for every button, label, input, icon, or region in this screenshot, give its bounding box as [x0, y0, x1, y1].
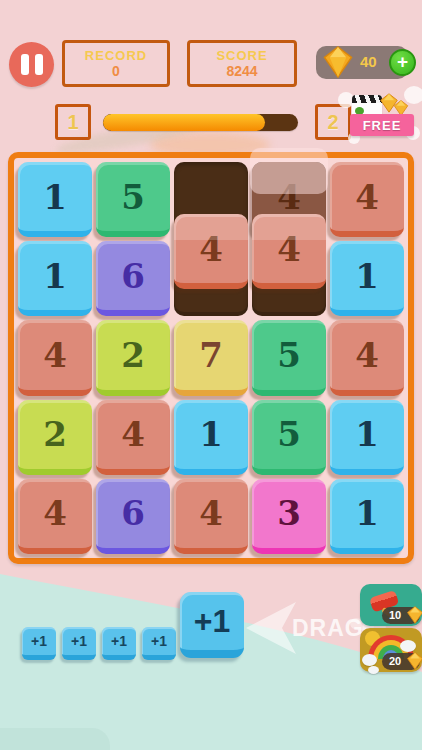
next-tile[interactable]: +1 [180, 592, 244, 658]
drag-arrow-icon [246, 602, 296, 654]
free-label: FREE [363, 118, 402, 133]
tile-queue: +1+1+1+1 [22, 627, 176, 660]
queue-tile-4: +1 [142, 627, 176, 660]
pause-button[interactable] [9, 42, 54, 87]
current-level-box: 1 [55, 104, 91, 140]
cloud-icon [362, 654, 377, 666]
tile-5-r3c4[interactable]: 5 [252, 320, 326, 395]
tile-4-r3c1[interactable]: 4 [18, 320, 92, 395]
cell-r4c5: 1 [330, 400, 404, 475]
tile-5-r4c4[interactable]: 5 [252, 400, 326, 475]
pause-icon [35, 54, 43, 75]
tile-1-r4c5[interactable]: 1 [330, 400, 404, 475]
tile-6-r5c2[interactable]: 6 [96, 479, 170, 554]
tile-5-r1c2[interactable]: 5 [96, 162, 170, 237]
tile-1-r4c3[interactable]: 1 [174, 400, 248, 475]
tile-1-r2c1[interactable]: 1 [18, 241, 92, 316]
cell-r5c4: 3 [252, 479, 326, 554]
tile-4-r5c3[interactable]: 4 [174, 479, 248, 554]
gem-icon [320, 44, 356, 80]
pause-icon [21, 54, 29, 75]
game-screen: RECORD 0 SCORE 8244 40 + 1 2 [0, 0, 422, 750]
tile-4-r4c2[interactable]: 4 [96, 400, 170, 475]
level-progress-bar [103, 114, 298, 131]
rainbow-cost: 20 [382, 653, 420, 670]
queue-tile-1: +1 [22, 627, 56, 660]
cell-r5c5: 1 [330, 479, 404, 554]
cell-r5c3: 4 [174, 479, 248, 554]
cell-r3c1: 4 [18, 320, 92, 395]
tile-2-r4c1[interactable]: 2 [18, 400, 92, 475]
cell-r3c4: 5 [252, 320, 326, 395]
cell-r1c5: 4 [330, 162, 404, 237]
tile-3-r5c4[interactable]: 3 [252, 479, 326, 554]
cell-r4c4: 5 [252, 400, 326, 475]
cell-r5c1: 4 [18, 479, 92, 554]
drag-label: DRAG [292, 615, 364, 642]
cell-r2c4: 4 [252, 241, 326, 316]
gem-icon [405, 651, 422, 671]
tile-4-r5c1[interactable]: 4 [18, 479, 92, 554]
cell-r4c3: 1 [174, 400, 248, 475]
score-value: 8244 [226, 63, 257, 79]
tile-1-r1c1[interactable]: 1 [18, 162, 92, 237]
gem-icon [405, 605, 422, 625]
add-gems-button[interactable]: + [389, 49, 416, 76]
cell-r3c5: 4 [330, 320, 404, 395]
tile-1-r2c5[interactable]: 1 [330, 241, 404, 316]
tile-4-r1c5[interactable]: 4 [330, 162, 404, 237]
cell-r4c2: 4 [96, 400, 170, 475]
score-label: SCORE [216, 48, 267, 63]
tile-4-r3c5[interactable]: 4 [330, 320, 404, 395]
game-board: 154416441427542415146431 [8, 152, 414, 564]
tile-4-r2c3[interactable]: 4 [174, 214, 248, 289]
cell-r3c2: 2 [96, 320, 170, 395]
cell-r2c5: 1 [330, 241, 404, 316]
cell-r2c3: 4 [174, 241, 248, 316]
cell-r4c1: 2 [18, 400, 92, 475]
cell-r5c2: 6 [96, 479, 170, 554]
tile-7-r3c3[interactable]: 7 [174, 320, 248, 395]
record-label: RECORD [85, 48, 147, 63]
cell-r2c1: 1 [18, 241, 92, 316]
tile-6-r2c2[interactable]: 6 [96, 241, 170, 316]
free-ribbon: FREE [350, 114, 414, 136]
free-reward-button[interactable]: FREE [346, 90, 418, 142]
queue-tile-2: +1 [62, 627, 96, 660]
cell-r3c3: 7 [174, 320, 248, 395]
rainbow-booster-button[interactable]: 20 [360, 628, 422, 672]
cell-r1c1: 1 [18, 162, 92, 237]
cell-r1c2: 5 [96, 162, 170, 237]
gem-counter[interactable]: 40 + [316, 46, 408, 79]
cloud-icon [368, 666, 379, 674]
tile-4-r2c4[interactable]: 4 [252, 214, 326, 289]
cell-r2c2: 6 [96, 241, 170, 316]
board-grid: 154416441427542415146431 [14, 158, 408, 558]
record-value: 0 [112, 63, 120, 79]
level-progress-fill [103, 114, 265, 131]
tile-2-r3c2[interactable]: 2 [96, 320, 170, 395]
tile-1-r5c5[interactable]: 1 [330, 479, 404, 554]
hammer-booster-button[interactable]: 10 [360, 584, 422, 626]
record-box: RECORD 0 [62, 40, 170, 87]
gem-count: 40 [360, 53, 377, 70]
hammer-cost: 10 [382, 607, 420, 624]
score-box: SCORE 8244 [187, 40, 297, 87]
queue-tile-3: +1 [102, 627, 136, 660]
